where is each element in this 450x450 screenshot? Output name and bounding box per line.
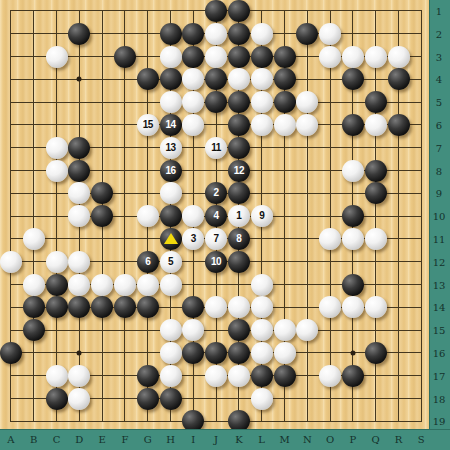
black-stone-H18 bbox=[160, 388, 182, 410]
white-stone-M16 bbox=[274, 342, 296, 364]
black-stone-K15 bbox=[228, 319, 250, 341]
black-stone-Q9 bbox=[365, 182, 387, 204]
white-stone-N5 bbox=[296, 91, 318, 113]
black-stone-Q16 bbox=[365, 342, 387, 364]
white-stone-O17 bbox=[319, 365, 341, 387]
grid-line-horizontal bbox=[10, 330, 421, 331]
black-stone-F3 bbox=[114, 46, 136, 68]
black-stone-K5 bbox=[228, 91, 250, 113]
white-stone-H3 bbox=[160, 46, 182, 68]
black-stone-E14 bbox=[91, 296, 113, 318]
black-stone-K7 bbox=[228, 137, 250, 159]
move-number-label: 13 bbox=[165, 143, 175, 153]
black-stone-L17 bbox=[251, 365, 273, 387]
white-stone-D18 bbox=[68, 388, 90, 410]
column-label-G: G bbox=[144, 434, 152, 445]
row-coordinate-frame bbox=[429, 0, 450, 450]
black-stone-L3 bbox=[251, 46, 273, 68]
black-stone-K1 bbox=[228, 0, 250, 22]
black-stone-H4 bbox=[160, 68, 182, 90]
white-stone-I6 bbox=[182, 114, 204, 136]
black-stone-J12: 10 bbox=[205, 251, 227, 273]
white-stone-I4 bbox=[182, 68, 204, 90]
white-stone-C12 bbox=[46, 251, 68, 273]
black-stone-P4 bbox=[342, 68, 364, 90]
white-stone-A12 bbox=[0, 251, 22, 273]
grid-line-vertical bbox=[307, 10, 308, 421]
black-stone-K12 bbox=[228, 251, 250, 273]
move-number-label: 3 bbox=[191, 234, 196, 244]
row-label-5: 5 bbox=[436, 97, 442, 108]
column-label-A: A bbox=[7, 434, 14, 445]
white-stone-C7 bbox=[46, 137, 68, 159]
black-stone-I3 bbox=[182, 46, 204, 68]
black-stone-M5 bbox=[274, 91, 296, 113]
row-label-19: 19 bbox=[433, 416, 446, 427]
column-label-N: N bbox=[303, 434, 312, 445]
move-number-label: 16 bbox=[165, 166, 175, 176]
black-stone-N2 bbox=[296, 23, 318, 45]
black-stone-G12: 6 bbox=[137, 251, 159, 273]
white-stone-P3 bbox=[342, 46, 364, 68]
white-stone-H12: 5 bbox=[160, 251, 182, 273]
move-number-label: 10 bbox=[211, 257, 221, 267]
white-stone-I11: 3 bbox=[182, 228, 204, 250]
white-stone-N6 bbox=[296, 114, 318, 136]
white-stone-D9 bbox=[68, 182, 90, 204]
row-label-10: 10 bbox=[433, 211, 446, 222]
column-label-I: I bbox=[191, 434, 195, 445]
black-stone-Q5 bbox=[365, 91, 387, 113]
white-stone-L2 bbox=[251, 23, 273, 45]
white-stone-H13 bbox=[160, 274, 182, 296]
black-stone-J1 bbox=[205, 0, 227, 22]
white-stone-J14 bbox=[205, 296, 227, 318]
white-stone-P14 bbox=[342, 296, 364, 318]
black-stone-M4 bbox=[274, 68, 296, 90]
white-stone-C8 bbox=[46, 160, 68, 182]
white-stone-O3 bbox=[319, 46, 341, 68]
column-label-D: D bbox=[75, 434, 83, 445]
column-label-R: R bbox=[395, 434, 403, 445]
white-stone-I5 bbox=[182, 91, 204, 113]
white-stone-O2 bbox=[319, 23, 341, 45]
black-stone-K11: 8 bbox=[228, 228, 250, 250]
white-stone-R3 bbox=[388, 46, 410, 68]
white-stone-L6 bbox=[251, 114, 273, 136]
white-stone-P11 bbox=[342, 228, 364, 250]
black-stone-M3 bbox=[274, 46, 296, 68]
white-stone-I15 bbox=[182, 319, 204, 341]
white-stone-J17 bbox=[205, 365, 227, 387]
black-stone-P6 bbox=[342, 114, 364, 136]
move-number-label: 1 bbox=[236, 211, 241, 221]
white-stone-Q3 bbox=[365, 46, 387, 68]
row-label-6: 6 bbox=[436, 119, 442, 130]
white-stone-I10 bbox=[182, 205, 204, 227]
black-stone-E9 bbox=[91, 182, 113, 204]
white-stone-H5 bbox=[160, 91, 182, 113]
move-number-label: 4 bbox=[214, 211, 219, 221]
star-point bbox=[350, 350, 355, 355]
white-stone-D17 bbox=[68, 365, 90, 387]
white-stone-J7: 11 bbox=[205, 137, 227, 159]
star-point bbox=[77, 77, 82, 82]
column-label-C: C bbox=[53, 434, 61, 445]
black-stone-J9: 2 bbox=[205, 182, 227, 204]
column-label-J: J bbox=[214, 434, 218, 445]
column-coordinate-frame bbox=[0, 429, 450, 450]
white-stone-D13 bbox=[68, 274, 90, 296]
black-stone-R4 bbox=[388, 68, 410, 90]
grid-line-vertical bbox=[421, 10, 422, 421]
black-stone-H2 bbox=[160, 23, 182, 45]
black-stone-B15 bbox=[23, 319, 45, 341]
column-label-K: K bbox=[235, 434, 242, 445]
black-stone-F14 bbox=[114, 296, 136, 318]
black-stone-K3 bbox=[228, 46, 250, 68]
row-label-3: 3 bbox=[436, 51, 442, 62]
black-stone-K16 bbox=[228, 342, 250, 364]
black-stone-H11 bbox=[160, 228, 182, 250]
white-stone-J11: 7 bbox=[205, 228, 227, 250]
white-stone-H9 bbox=[160, 182, 182, 204]
white-stone-K10: 1 bbox=[228, 205, 250, 227]
white-stone-D12 bbox=[68, 251, 90, 273]
black-stone-P17 bbox=[342, 365, 364, 387]
white-stone-M6 bbox=[274, 114, 296, 136]
white-stone-B13 bbox=[23, 274, 45, 296]
white-stone-K17 bbox=[228, 365, 250, 387]
black-stone-J5 bbox=[205, 91, 227, 113]
black-stone-I2 bbox=[182, 23, 204, 45]
column-label-Q: Q bbox=[372, 434, 380, 445]
move-number-label: 8 bbox=[236, 234, 241, 244]
move-number-label: 14 bbox=[165, 120, 175, 130]
move-number-label: 12 bbox=[234, 166, 244, 176]
black-stone-K8: 12 bbox=[228, 160, 250, 182]
black-stone-C14 bbox=[46, 296, 68, 318]
white-stone-K4 bbox=[228, 68, 250, 90]
white-stone-G10 bbox=[137, 205, 159, 227]
go-app-screen: 15141311161224193786510 ABCDEFGHIJKLMNOP… bbox=[0, 0, 450, 450]
white-stone-Q6 bbox=[365, 114, 387, 136]
black-stone-J10: 4 bbox=[205, 205, 227, 227]
row-label-4: 4 bbox=[436, 74, 442, 85]
row-label-13: 13 bbox=[433, 279, 446, 290]
black-stone-I14 bbox=[182, 296, 204, 318]
black-stone-Q8 bbox=[365, 160, 387, 182]
black-stone-G18 bbox=[137, 388, 159, 410]
row-label-7: 7 bbox=[436, 142, 442, 153]
white-stone-M15 bbox=[274, 319, 296, 341]
white-stone-H15 bbox=[160, 319, 182, 341]
black-stone-M17 bbox=[274, 365, 296, 387]
row-label-8: 8 bbox=[436, 165, 442, 176]
move-number-label: 6 bbox=[145, 257, 150, 267]
white-stone-J3 bbox=[205, 46, 227, 68]
white-stone-Q11 bbox=[365, 228, 387, 250]
black-stone-K9 bbox=[228, 182, 250, 204]
star-point bbox=[77, 350, 82, 355]
black-stone-K6 bbox=[228, 114, 250, 136]
white-stone-L18 bbox=[251, 388, 273, 410]
black-stone-G14 bbox=[137, 296, 159, 318]
white-stone-L13 bbox=[251, 274, 273, 296]
black-stone-D14 bbox=[68, 296, 90, 318]
black-stone-D7 bbox=[68, 137, 90, 159]
black-stone-G17 bbox=[137, 365, 159, 387]
white-stone-O14 bbox=[319, 296, 341, 318]
white-stone-O11 bbox=[319, 228, 341, 250]
row-label-11: 11 bbox=[433, 233, 446, 244]
column-label-F: F bbox=[121, 434, 128, 445]
white-stone-G13 bbox=[137, 274, 159, 296]
row-label-17: 17 bbox=[433, 370, 446, 381]
white-stone-K14 bbox=[228, 296, 250, 318]
black-stone-D8 bbox=[68, 160, 90, 182]
white-stone-L16 bbox=[251, 342, 273, 364]
column-label-M: M bbox=[279, 434, 289, 445]
white-stone-L5 bbox=[251, 91, 273, 113]
white-stone-J2 bbox=[205, 23, 227, 45]
white-stone-H17 bbox=[160, 365, 182, 387]
white-stone-E13 bbox=[91, 274, 113, 296]
black-stone-C18 bbox=[46, 388, 68, 410]
row-label-14: 14 bbox=[433, 302, 446, 313]
black-stone-C13 bbox=[46, 274, 68, 296]
black-stone-J4 bbox=[205, 68, 227, 90]
black-stone-H6: 14 bbox=[160, 114, 182, 136]
black-stone-E10 bbox=[91, 205, 113, 227]
black-stone-R6 bbox=[388, 114, 410, 136]
column-label-S: S bbox=[418, 434, 425, 445]
move-number-label: 15 bbox=[143, 120, 153, 130]
move-number-label: 7 bbox=[214, 234, 219, 244]
row-label-18: 18 bbox=[433, 393, 446, 404]
white-stone-G6: 15 bbox=[137, 114, 159, 136]
white-stone-L4 bbox=[251, 68, 273, 90]
triangle-marker bbox=[164, 233, 178, 244]
white-stone-N15 bbox=[296, 319, 318, 341]
white-stone-H16 bbox=[160, 342, 182, 364]
move-number-label: 2 bbox=[214, 188, 219, 198]
go-board[interactable]: 15141311161224193786510 bbox=[0, 0, 450, 450]
row-label-15: 15 bbox=[433, 325, 446, 336]
white-stone-L14 bbox=[251, 296, 273, 318]
white-stone-L15 bbox=[251, 319, 273, 341]
black-stone-B14 bbox=[23, 296, 45, 318]
black-stone-H8: 16 bbox=[160, 160, 182, 182]
white-stone-D10 bbox=[68, 205, 90, 227]
black-stone-K2 bbox=[228, 23, 250, 45]
grid-line-vertical bbox=[330, 10, 331, 421]
move-number-label: 11 bbox=[211, 143, 221, 153]
move-number-label: 5 bbox=[168, 257, 173, 267]
column-label-B: B bbox=[30, 434, 37, 445]
white-stone-F13 bbox=[114, 274, 136, 296]
white-stone-C3 bbox=[46, 46, 68, 68]
black-stone-J16 bbox=[205, 342, 227, 364]
grid-line-horizontal bbox=[10, 421, 421, 422]
white-stone-C17 bbox=[46, 365, 68, 387]
white-stone-P8 bbox=[342, 160, 364, 182]
black-stone-D2 bbox=[68, 23, 90, 45]
column-label-P: P bbox=[350, 434, 357, 445]
column-label-O: O bbox=[326, 434, 334, 445]
row-label-16: 16 bbox=[433, 347, 446, 358]
row-label-2: 2 bbox=[436, 28, 442, 39]
black-stone-H10 bbox=[160, 205, 182, 227]
row-label-9: 9 bbox=[436, 188, 442, 199]
black-stone-P13 bbox=[342, 274, 364, 296]
white-stone-H7: 13 bbox=[160, 137, 182, 159]
column-label-L: L bbox=[258, 434, 265, 445]
row-label-12: 12 bbox=[433, 256, 446, 267]
black-stone-A16 bbox=[0, 342, 22, 364]
white-stone-L10: 9 bbox=[251, 205, 273, 227]
move-number-label: 9 bbox=[259, 211, 264, 221]
black-stone-P10 bbox=[342, 205, 364, 227]
column-label-H: H bbox=[166, 434, 175, 445]
row-label-1: 1 bbox=[436, 5, 442, 16]
white-stone-Q14 bbox=[365, 296, 387, 318]
column-label-E: E bbox=[98, 434, 105, 445]
white-stone-B11 bbox=[23, 228, 45, 250]
black-stone-I16 bbox=[182, 342, 204, 364]
black-stone-G4 bbox=[137, 68, 159, 90]
